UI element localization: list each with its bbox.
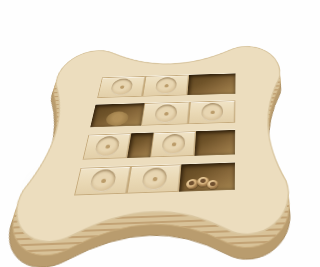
treat xyxy=(207,180,218,190)
puzzle-board xyxy=(0,43,298,248)
track-row-3 xyxy=(83,130,236,160)
slide-cover[interactable] xyxy=(74,166,131,195)
slide-cover[interactable] xyxy=(127,164,182,193)
slide-cover[interactable] xyxy=(141,102,190,126)
open-compartment xyxy=(187,73,235,95)
slide-cover[interactable] xyxy=(142,75,189,97)
slide-cover[interactable] xyxy=(188,100,235,124)
finger-recess xyxy=(141,167,168,190)
tracks-area xyxy=(0,43,298,248)
well-bottom xyxy=(105,111,130,126)
track-row-1 xyxy=(97,73,235,98)
photo-background xyxy=(0,0,320,267)
treat-compartment xyxy=(179,163,235,192)
finger-recess xyxy=(154,104,178,123)
open-compartment xyxy=(90,103,144,127)
finger-recess xyxy=(161,134,186,155)
board-perspective-wrapper xyxy=(12,0,312,258)
slide-cover[interactable] xyxy=(97,76,146,98)
finger-recess xyxy=(110,78,134,95)
track-row-4 xyxy=(74,163,235,196)
finger-recess xyxy=(89,169,117,192)
finger-recess xyxy=(201,103,223,122)
finger-recess xyxy=(94,136,121,157)
finger-recess xyxy=(155,77,178,94)
slide-cover[interactable] xyxy=(150,131,196,157)
slide-cover[interactable] xyxy=(83,133,132,159)
track-row-2 xyxy=(90,100,235,127)
open-compartment xyxy=(194,130,235,156)
